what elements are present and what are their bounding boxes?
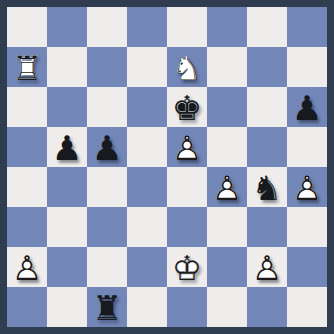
black-knight[interactable]: ♞ bbox=[247, 167, 287, 207]
square-e2[interactable]: ♚♔ bbox=[167, 247, 207, 287]
square-f8[interactable] bbox=[207, 7, 247, 47]
square-d3[interactable] bbox=[127, 207, 167, 247]
square-a4[interactable] bbox=[7, 167, 47, 207]
square-b8[interactable] bbox=[47, 7, 87, 47]
square-e4[interactable] bbox=[167, 167, 207, 207]
white-pawn[interactable]: ♟♙ bbox=[7, 247, 47, 287]
white-pawn[interactable]: ♟♙ bbox=[167, 127, 207, 167]
white-knight[interactable]: ♞♘ bbox=[167, 47, 207, 87]
square-h7[interactable] bbox=[287, 47, 327, 87]
square-f6[interactable] bbox=[207, 87, 247, 127]
square-b2[interactable] bbox=[47, 247, 87, 287]
square-c2[interactable] bbox=[87, 247, 127, 287]
square-a1[interactable] bbox=[7, 287, 47, 327]
black-pawn[interactable]: ♟ bbox=[287, 87, 327, 127]
square-c5[interactable]: ♟ bbox=[87, 127, 127, 167]
square-b3[interactable] bbox=[47, 207, 87, 247]
black-king-glyph: ♚ bbox=[167, 87, 207, 127]
square-a3[interactable] bbox=[7, 207, 47, 247]
white-pawn-outline: ♙ bbox=[207, 167, 247, 207]
white-rook-outline: ♖ bbox=[7, 47, 47, 87]
square-a2[interactable]: ♟♙ bbox=[7, 247, 47, 287]
square-b1[interactable] bbox=[47, 287, 87, 327]
square-c7[interactable] bbox=[87, 47, 127, 87]
square-d4[interactable] bbox=[127, 167, 167, 207]
white-pawn[interactable]: ♟♙ bbox=[247, 247, 287, 287]
square-h8[interactable] bbox=[287, 7, 327, 47]
board-frame: ♜♖♞♘♚♟♟♟♟♙♟♙♞♟♙♟♙♚♔♟♙♜ bbox=[0, 0, 334, 334]
square-h6[interactable]: ♟ bbox=[287, 87, 327, 127]
square-e3[interactable] bbox=[167, 207, 207, 247]
square-g3[interactable] bbox=[247, 207, 287, 247]
square-g6[interactable] bbox=[247, 87, 287, 127]
square-h1[interactable] bbox=[287, 287, 327, 327]
square-b6[interactable] bbox=[47, 87, 87, 127]
square-a7[interactable]: ♜♖ bbox=[7, 47, 47, 87]
white-rook[interactable]: ♜♖ bbox=[7, 47, 47, 87]
white-pawn-outline: ♙ bbox=[247, 247, 287, 287]
square-d5[interactable] bbox=[127, 127, 167, 167]
square-d8[interactable] bbox=[127, 7, 167, 47]
square-h2[interactable] bbox=[287, 247, 327, 287]
square-f4[interactable]: ♟♙ bbox=[207, 167, 247, 207]
square-f5[interactable] bbox=[207, 127, 247, 167]
black-pawn-glyph: ♟ bbox=[87, 127, 127, 167]
square-f1[interactable] bbox=[207, 287, 247, 327]
square-c8[interactable] bbox=[87, 7, 127, 47]
square-d2[interactable] bbox=[127, 247, 167, 287]
square-c1[interactable]: ♜ bbox=[87, 287, 127, 327]
square-d6[interactable] bbox=[127, 87, 167, 127]
square-g5[interactable] bbox=[247, 127, 287, 167]
square-c6[interactable] bbox=[87, 87, 127, 127]
white-knight-outline: ♘ bbox=[167, 47, 207, 87]
square-g8[interactable] bbox=[247, 7, 287, 47]
square-d7[interactable] bbox=[127, 47, 167, 87]
black-pawn[interactable]: ♟ bbox=[47, 127, 87, 167]
square-d1[interactable] bbox=[127, 287, 167, 327]
square-b7[interactable] bbox=[47, 47, 87, 87]
chess-board: ♜♖♞♘♚♟♟♟♟♙♟♙♞♟♙♟♙♚♔♟♙♜ bbox=[7, 7, 327, 327]
square-f2[interactable] bbox=[207, 247, 247, 287]
square-g1[interactable] bbox=[247, 287, 287, 327]
white-king-outline: ♔ bbox=[167, 247, 207, 287]
square-e1[interactable] bbox=[167, 287, 207, 327]
square-f7[interactable] bbox=[207, 47, 247, 87]
black-king[interactable]: ♚ bbox=[167, 87, 207, 127]
square-g4[interactable]: ♞ bbox=[247, 167, 287, 207]
black-pawn-glyph: ♟ bbox=[287, 87, 327, 127]
square-c3[interactable] bbox=[87, 207, 127, 247]
white-pawn[interactable]: ♟♙ bbox=[207, 167, 247, 207]
square-a6[interactable] bbox=[7, 87, 47, 127]
white-pawn[interactable]: ♟♙ bbox=[287, 167, 327, 207]
square-f3[interactable] bbox=[207, 207, 247, 247]
square-e6[interactable]: ♚ bbox=[167, 87, 207, 127]
square-g7[interactable] bbox=[247, 47, 287, 87]
white-pawn-outline: ♙ bbox=[167, 127, 207, 167]
square-e7[interactable]: ♞♘ bbox=[167, 47, 207, 87]
black-pawn[interactable]: ♟ bbox=[87, 127, 127, 167]
square-g2[interactable]: ♟♙ bbox=[247, 247, 287, 287]
square-h3[interactable] bbox=[287, 207, 327, 247]
square-b5[interactable]: ♟ bbox=[47, 127, 87, 167]
black-rook-glyph: ♜ bbox=[87, 287, 127, 327]
square-h5[interactable] bbox=[287, 127, 327, 167]
square-h4[interactable]: ♟♙ bbox=[287, 167, 327, 207]
square-a5[interactable] bbox=[7, 127, 47, 167]
white-pawn-outline: ♙ bbox=[7, 247, 47, 287]
square-c4[interactable] bbox=[87, 167, 127, 207]
white-pawn-outline: ♙ bbox=[287, 167, 327, 207]
black-knight-glyph: ♞ bbox=[247, 167, 287, 207]
white-king[interactable]: ♚♔ bbox=[167, 247, 207, 287]
black-pawn-glyph: ♟ bbox=[47, 127, 87, 167]
square-a8[interactable] bbox=[7, 7, 47, 47]
black-rook[interactable]: ♜ bbox=[87, 287, 127, 327]
square-e8[interactable] bbox=[167, 7, 207, 47]
square-b4[interactable] bbox=[47, 167, 87, 207]
square-e5[interactable]: ♟♙ bbox=[167, 127, 207, 167]
